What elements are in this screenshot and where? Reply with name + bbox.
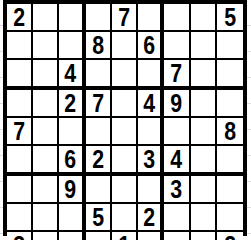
cell-r2c3[interactable] (59, 32, 85, 60)
cell-r9c4[interactable] (86, 232, 112, 240)
cell-r1c8[interactable] (191, 4, 217, 32)
cell-r9c7[interactable] (164, 232, 190, 240)
given-digit: 7 (13, 118, 25, 144)
cell-r9c9[interactable]: 2 (217, 232, 243, 240)
given-digit: 1 (118, 232, 130, 240)
cell-r3c9[interactable] (217, 60, 243, 90)
cell-r8c4[interactable]: 5 (86, 204, 112, 232)
cell-r5c2[interactable] (33, 118, 59, 146)
given-digit: 7 (171, 60, 183, 86)
cell-r7c3[interactable]: 9 (59, 176, 85, 204)
cell-r1c7[interactable] (164, 4, 190, 32)
cell-r3c3[interactable]: 4 (59, 60, 85, 90)
cell-r2c4[interactable]: 8 (86, 32, 112, 60)
cell-r3c5[interactable] (112, 60, 138, 90)
cell-r6c6[interactable]: 3 (138, 146, 164, 176)
cell-r9c3[interactable] (59, 232, 85, 240)
cell-r2c8[interactable] (191, 32, 217, 60)
spreadsheet-background: 275864727497862349352312 (0, 0, 251, 240)
cell-r7c5[interactable] (112, 176, 138, 204)
cell-r7c1[interactable] (7, 176, 33, 204)
cell-r8c7[interactable] (164, 204, 190, 232)
cell-r2c6[interactable]: 6 (138, 32, 164, 60)
cell-r1c6[interactable] (138, 4, 164, 32)
given-digit: 2 (92, 146, 104, 172)
cell-r8c2[interactable] (33, 204, 59, 232)
cell-r9c2[interactable] (33, 232, 59, 240)
given-digit: 4 (143, 90, 155, 116)
sudoku-board: 275864727497862349352312 (3, 0, 247, 236)
given-digit: 7 (118, 4, 130, 30)
cell-r4c5[interactable] (112, 90, 138, 118)
cell-r5c7[interactable] (164, 118, 190, 146)
cell-r6c8[interactable] (191, 146, 217, 176)
cell-r8c5[interactable] (112, 204, 138, 232)
given-digit: 2 (224, 232, 236, 240)
given-digit: 2 (143, 204, 155, 230)
given-digit: 8 (224, 118, 236, 144)
cell-r9c8[interactable] (191, 232, 217, 240)
cell-r5c1[interactable]: 7 (7, 118, 33, 146)
cell-r6c1[interactable] (7, 146, 33, 176)
cell-r2c7[interactable] (164, 32, 190, 60)
given-digit: 9 (65, 176, 77, 202)
cell-r4c7[interactable]: 9 (164, 90, 190, 118)
cell-r7c4[interactable] (86, 176, 112, 204)
cell-r5c3[interactable] (59, 118, 85, 146)
cell-r4c8[interactable] (191, 90, 217, 118)
cell-r3c8[interactable] (191, 60, 217, 90)
cell-r7c2[interactable] (33, 176, 59, 204)
cell-r5c4[interactable] (86, 118, 112, 146)
cell-r3c2[interactable] (33, 60, 59, 90)
given-digit: 2 (13, 4, 25, 30)
cell-r1c4[interactable] (86, 4, 112, 32)
cell-r1c3[interactable] (59, 4, 85, 32)
cell-r2c1[interactable] (7, 32, 33, 60)
cell-r7c8[interactable] (191, 176, 217, 204)
given-digit: 3 (13, 232, 25, 240)
cell-r6c3[interactable]: 6 (59, 146, 85, 176)
cell-r6c9[interactable] (217, 146, 243, 176)
given-digit: 3 (171, 176, 183, 202)
cell-r4c1[interactable] (7, 90, 33, 118)
given-digit: 7 (92, 90, 104, 116)
cell-r5c6[interactable] (138, 118, 164, 146)
cell-r1c9[interactable]: 5 (217, 4, 243, 32)
given-digit: 6 (65, 146, 77, 172)
cell-r3c7[interactable]: 7 (164, 60, 190, 90)
cell-r5c9[interactable]: 8 (217, 118, 243, 146)
cell-r2c9[interactable] (217, 32, 243, 60)
cell-r3c4[interactable] (86, 60, 112, 90)
cell-r8c1[interactable] (7, 204, 33, 232)
cell-r1c2[interactable] (33, 4, 59, 32)
given-digit: 5 (92, 204, 104, 230)
given-digit: 4 (65, 60, 77, 86)
cell-r4c3[interactable]: 2 (59, 90, 85, 118)
cell-r8c9[interactable] (217, 204, 243, 232)
given-digit: 4 (171, 146, 183, 172)
given-digit: 9 (171, 90, 183, 116)
cell-r4c6[interactable]: 4 (138, 90, 164, 118)
cell-r8c3[interactable] (59, 204, 85, 232)
cell-r4c4[interactable]: 7 (86, 90, 112, 118)
cell-r6c2[interactable] (33, 146, 59, 176)
given-digit: 6 (143, 32, 155, 58)
cell-r4c9[interactable] (217, 90, 243, 118)
cell-r2c5[interactable] (112, 32, 138, 60)
given-digit: 3 (143, 146, 155, 172)
cell-r6c5[interactable] (112, 146, 138, 176)
cell-r8c6[interactable]: 2 (138, 204, 164, 232)
cell-r5c5[interactable] (112, 118, 138, 146)
cell-r1c5[interactable]: 7 (112, 4, 138, 32)
cell-r3c6[interactable] (138, 60, 164, 90)
cell-r2c2[interactable] (33, 32, 59, 60)
given-digit: 2 (65, 90, 77, 116)
cell-r7c9[interactable] (217, 176, 243, 204)
cell-r6c4[interactable]: 2 (86, 146, 112, 176)
cell-r9c1[interactable]: 3 (7, 232, 33, 240)
cell-r8c8[interactable] (191, 204, 217, 232)
cell-r3c1[interactable] (7, 60, 33, 90)
given-digit: 5 (224, 4, 236, 30)
cell-r6c7[interactable]: 4 (164, 146, 190, 176)
given-digit: 8 (92, 32, 104, 58)
cell-r7c7[interactable]: 3 (164, 176, 190, 204)
cell-r1c1[interactable]: 2 (7, 4, 33, 32)
cell-r9c5[interactable]: 1 (112, 232, 138, 240)
cell-r4c2[interactable] (33, 90, 59, 118)
cell-r7c6[interactable] (138, 176, 164, 204)
cell-r9c6[interactable] (138, 232, 164, 240)
cell-r5c8[interactable] (191, 118, 217, 146)
